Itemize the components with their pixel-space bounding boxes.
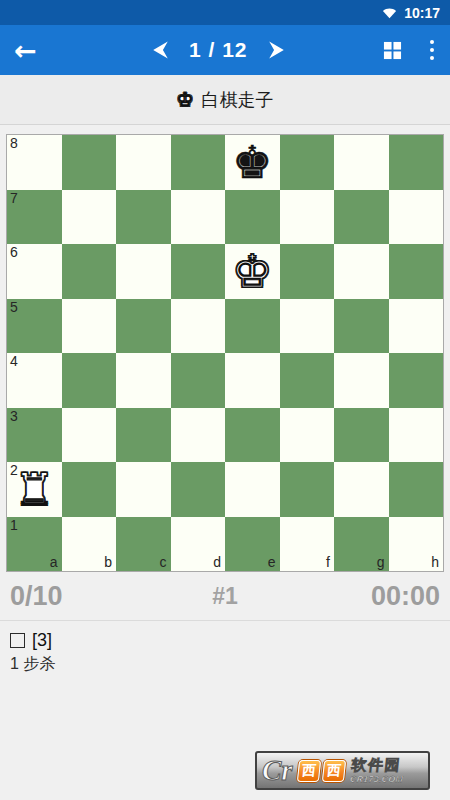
next-puzzle-button[interactable] — [268, 40, 285, 60]
overflow-menu-icon[interactable] — [428, 38, 437, 63]
black-king: ♚ — [232, 140, 272, 185]
task-info: [3] 1 步杀 — [0, 621, 450, 675]
square-h7[interactable] — [389, 190, 444, 245]
square-a3[interactable]: 3 — [7, 408, 62, 463]
square-b2[interactable] — [62, 462, 117, 517]
square-a5[interactable]: 5 — [7, 299, 62, 354]
square-c6[interactable] — [116, 244, 171, 299]
square-b1[interactable]: b — [62, 517, 117, 572]
rank-label-4: 4 — [10, 354, 18, 369]
rank-label-5: 5 — [10, 300, 18, 315]
square-b7[interactable] — [62, 190, 117, 245]
square-e6[interactable]: ♚ — [225, 244, 280, 299]
square-h8[interactable] — [389, 135, 444, 190]
square-g3[interactable] — [334, 408, 389, 463]
file-label-d: d — [213, 555, 221, 570]
square-c7[interactable] — [116, 190, 171, 245]
square-c5[interactable] — [116, 299, 171, 354]
square-c1[interactable]: c — [116, 517, 171, 572]
square-g6[interactable] — [334, 244, 389, 299]
square-d6[interactable] — [171, 244, 226, 299]
square-a7[interactable]: 7 — [7, 190, 62, 245]
wifi-icon — [382, 6, 397, 19]
task-description: 1 步杀 — [10, 654, 440, 675]
board-container: 8♚76♚5432♜1abcdefgh — [0, 125, 450, 572]
square-d3[interactable] — [171, 408, 226, 463]
rank-label-1: 1 — [10, 518, 18, 533]
square-e2[interactable] — [225, 462, 280, 517]
square-f6[interactable] — [280, 244, 335, 299]
app-bar: ← 1 / 12 — [0, 25, 450, 75]
square-g4[interactable] — [334, 353, 389, 408]
square-b4[interactable] — [62, 353, 117, 408]
watermark-tile-2: 西 — [321, 760, 345, 782]
file-label-b: b — [104, 555, 112, 570]
square-b5[interactable] — [62, 299, 117, 354]
puzzle-number: #1 — [0, 583, 450, 610]
file-label-f: f — [326, 555, 330, 570]
square-h1[interactable]: h — [389, 517, 444, 572]
clock-time: 10:17 — [404, 5, 440, 21]
file-label-g: g — [377, 555, 385, 570]
square-e1[interactable]: e — [225, 517, 280, 572]
square-e3[interactable] — [225, 408, 280, 463]
watermark-tile-1: 西 — [296, 760, 320, 782]
turn-label: 白棋走子 — [202, 88, 274, 112]
square-a2[interactable]: 2♜ — [7, 462, 62, 517]
square-d4[interactable] — [171, 353, 226, 408]
chess-board: 8♚76♚5432♜1abcdefgh — [6, 134, 444, 572]
stats-row: 0/10 #1 00:00 — [0, 572, 450, 620]
square-h2[interactable] — [389, 462, 444, 517]
square-g1[interactable]: g — [334, 517, 389, 572]
rank-label-2: 2 — [10, 463, 18, 478]
rank-label-7: 7 — [10, 191, 18, 206]
task-points: [3] — [32, 630, 52, 651]
watermark-text: 软件园 CR173.COM — [349, 757, 405, 784]
rank-label-3: 3 — [10, 409, 18, 424]
square-h4[interactable] — [389, 353, 444, 408]
square-h3[interactable] — [389, 408, 444, 463]
white-king: ♚ — [232, 249, 272, 294]
square-f5[interactable] — [280, 299, 335, 354]
file-label-a: a — [50, 555, 58, 570]
square-d1[interactable]: d — [171, 517, 226, 572]
square-f2[interactable] — [280, 462, 335, 517]
square-a1[interactable]: 1a — [7, 517, 62, 572]
square-g2[interactable] — [334, 462, 389, 517]
square-g8[interactable] — [334, 135, 389, 190]
task-header: [3] — [10, 630, 440, 651]
square-b8[interactable] — [62, 135, 117, 190]
square-d8[interactable] — [171, 135, 226, 190]
square-b6[interactable] — [62, 244, 117, 299]
rank-label-6: 6 — [10, 245, 18, 260]
watermark-site-url: CR173.COM — [349, 774, 403, 784]
square-h5[interactable] — [389, 299, 444, 354]
square-f1[interactable]: f — [280, 517, 335, 572]
app-screen: 10:17 ← 1 / 12 ♚ — [0, 0, 450, 800]
square-h6[interactable] — [389, 244, 444, 299]
file-label-e: e — [268, 555, 276, 570]
square-b3[interactable] — [62, 408, 117, 463]
file-label-c: c — [160, 555, 167, 570]
square-e8[interactable]: ♚ — [225, 135, 280, 190]
square-e7[interactable] — [225, 190, 280, 245]
square-a8[interactable]: 8 — [7, 135, 62, 190]
file-label-h: h — [431, 555, 439, 570]
white-king-icon: ♚ — [176, 90, 193, 109]
puzzle-counter: 1 / 12 — [189, 38, 248, 62]
turn-indicator-bar: ♚ 白棋走子 — [0, 75, 450, 125]
square-c3[interactable] — [116, 408, 171, 463]
square-a6[interactable]: 6 — [7, 244, 62, 299]
square-e5[interactable] — [225, 299, 280, 354]
square-c2[interactable] — [116, 462, 171, 517]
square-g7[interactable] — [334, 190, 389, 245]
site-watermark: Cr 西 西 软件园 CR173.COM — [255, 751, 430, 790]
puzzle-navigation: 1 / 12 — [54, 38, 383, 62]
square-c4[interactable] — [116, 353, 171, 408]
square-c8[interactable] — [116, 135, 171, 190]
square-e4[interactable] — [225, 353, 280, 408]
square-g5[interactable] — [334, 299, 389, 354]
back-button[interactable]: ← — [14, 37, 54, 64]
status-bar: 10:17 — [0, 0, 450, 25]
rank-label-8: 8 — [10, 136, 18, 151]
previous-puzzle-button[interactable] — [152, 40, 169, 60]
square-d5[interactable] — [171, 299, 226, 354]
square-f3[interactable] — [280, 408, 335, 463]
square-d2[interactable] — [171, 462, 226, 517]
puzzle-grid-icon[interactable] — [383, 41, 402, 60]
watermark-logo: Cr — [262, 756, 293, 785]
square-f7[interactable] — [280, 190, 335, 245]
task-checkbox[interactable] — [10, 633, 25, 648]
square-d7[interactable] — [171, 190, 226, 245]
white-rook: ♜ — [14, 467, 54, 512]
app-bar-actions — [383, 38, 437, 63]
square-f4[interactable] — [280, 353, 335, 408]
watermark-site-name: 软件园 — [350, 757, 401, 774]
square-a4[interactable]: 4 — [7, 353, 62, 408]
square-f8[interactable] — [280, 135, 335, 190]
